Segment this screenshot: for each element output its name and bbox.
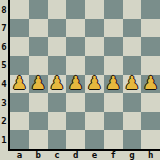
- file-label-g: g: [123, 150, 142, 160]
- square-a6[interactable]: [10, 37, 29, 56]
- square-f3[interactable]: [104, 93, 123, 112]
- square-h2[interactable]: [141, 112, 160, 131]
- rank-label-8: 8: [0, 0, 8, 19]
- square-h8[interactable]: [141, 0, 160, 19]
- square-g2[interactable]: [123, 112, 142, 131]
- white-pawn[interactable]: ♟: [49, 74, 65, 92]
- rank-label-2: 2: [0, 112, 8, 131]
- rank-label-5: 5: [0, 56, 8, 75]
- square-c2[interactable]: [48, 112, 67, 131]
- square-c3[interactable]: [48, 93, 67, 112]
- square-e2[interactable]: [85, 112, 104, 131]
- square-c7[interactable]: [48, 19, 67, 38]
- file-label-h: h: [141, 150, 160, 160]
- square-g3[interactable]: [123, 93, 142, 112]
- white-pawn[interactable]: ♟: [143, 74, 159, 92]
- square-b1[interactable]: [29, 130, 48, 149]
- chess-board: ♟♟♟♟♟♟♟♟: [10, 0, 160, 149]
- square-h6[interactable]: [141, 37, 160, 56]
- file-label-a: a: [10, 150, 29, 160]
- rank-label-6: 6: [0, 37, 8, 56]
- square-g8[interactable]: [123, 0, 142, 19]
- white-pawn[interactable]: ♟: [124, 74, 140, 92]
- chess-board-window: ♟♟♟♟♟♟♟♟ 87654321 abcdefgh: [0, 0, 160, 160]
- square-c1[interactable]: [48, 130, 67, 149]
- rank-label-3: 3: [0, 93, 8, 112]
- square-f4[interactable]: ♟: [104, 75, 123, 94]
- square-f2[interactable]: [104, 112, 123, 131]
- square-e1[interactable]: [85, 130, 104, 149]
- file-label-e: e: [85, 150, 104, 160]
- square-e6[interactable]: [85, 37, 104, 56]
- file-label-c: c: [48, 150, 67, 160]
- square-d3[interactable]: [66, 93, 85, 112]
- square-d7[interactable]: [66, 19, 85, 38]
- square-d2[interactable]: [66, 112, 85, 131]
- square-f7[interactable]: [104, 19, 123, 38]
- square-e7[interactable]: [85, 19, 104, 38]
- white-pawn[interactable]: ♟: [11, 74, 27, 92]
- white-pawn[interactable]: ♟: [105, 74, 121, 92]
- square-e3[interactable]: [85, 93, 104, 112]
- file-label-d: d: [66, 150, 85, 160]
- square-a1[interactable]: [10, 130, 29, 149]
- square-d1[interactable]: [66, 130, 85, 149]
- square-h1[interactable]: [141, 130, 160, 149]
- square-b3[interactable]: [29, 93, 48, 112]
- square-d6[interactable]: [66, 37, 85, 56]
- white-pawn[interactable]: ♟: [30, 74, 46, 92]
- square-a4[interactable]: ♟: [10, 75, 29, 94]
- square-b8[interactable]: [29, 0, 48, 19]
- square-b6[interactable]: [29, 37, 48, 56]
- square-f8[interactable]: [104, 0, 123, 19]
- white-pawn[interactable]: ♟: [86, 74, 102, 92]
- square-c6[interactable]: [48, 37, 67, 56]
- square-b4[interactable]: ♟: [29, 75, 48, 94]
- file-label-f: f: [104, 150, 123, 160]
- square-b2[interactable]: [29, 112, 48, 131]
- square-g6[interactable]: [123, 37, 142, 56]
- square-a3[interactable]: [10, 93, 29, 112]
- square-h4[interactable]: ♟: [141, 75, 160, 94]
- square-a7[interactable]: [10, 19, 29, 38]
- rank-label-7: 7: [0, 19, 8, 38]
- rank-label-1: 1: [0, 130, 8, 149]
- square-h7[interactable]: [141, 19, 160, 38]
- square-b7[interactable]: [29, 19, 48, 38]
- rank-label-4: 4: [0, 75, 8, 94]
- square-f6[interactable]: [104, 37, 123, 56]
- file-label-b: b: [29, 150, 48, 160]
- square-g1[interactable]: [123, 130, 142, 149]
- square-h3[interactable]: [141, 93, 160, 112]
- square-a2[interactable]: [10, 112, 29, 131]
- square-e8[interactable]: [85, 0, 104, 19]
- square-d4[interactable]: ♟: [66, 75, 85, 94]
- square-g4[interactable]: ♟: [123, 75, 142, 94]
- square-c4[interactable]: ♟: [48, 75, 67, 94]
- square-a8[interactable]: [10, 0, 29, 19]
- square-f1[interactable]: [104, 130, 123, 149]
- square-g7[interactable]: [123, 19, 142, 38]
- square-e4[interactable]: ♟: [85, 75, 104, 94]
- square-c8[interactable]: [48, 0, 67, 19]
- square-d8[interactable]: [66, 0, 85, 19]
- white-pawn[interactable]: ♟: [68, 74, 84, 92]
